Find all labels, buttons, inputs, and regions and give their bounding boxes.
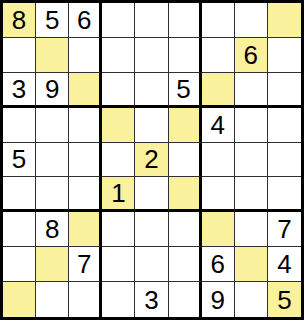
cell-r7c9[interactable]: 7 xyxy=(268,212,301,247)
cell-r4c4[interactable] xyxy=(102,108,135,143)
cell-r8c8[interactable] xyxy=(235,247,268,282)
cell-r7c1[interactable] xyxy=(3,212,36,247)
cell-r9c6[interactable] xyxy=(169,282,202,317)
cell-r1c6[interactable] xyxy=(169,3,202,38)
cell-r4c1[interactable] xyxy=(3,108,36,143)
cell-r2c2[interactable] xyxy=(36,38,69,73)
cell-r9c9[interactable]: 5 xyxy=(268,282,301,317)
cell-r1c4[interactable] xyxy=(102,3,135,38)
cell-r2c1[interactable] xyxy=(3,38,36,73)
cell-r3c1[interactable]: 3 xyxy=(3,73,36,108)
cell-r1c5[interactable] xyxy=(135,3,168,38)
cell-r1c7[interactable] xyxy=(202,3,235,38)
sudoku-board: 8566395452187764395 xyxy=(0,0,304,320)
cell-r5c5[interactable]: 2 xyxy=(135,143,168,178)
cell-r3c3[interactable] xyxy=(69,73,102,108)
cell-r8c9[interactable]: 4 xyxy=(268,247,301,282)
cell-r2c5[interactable] xyxy=(135,38,168,73)
cell-r2c7[interactable] xyxy=(202,38,235,73)
cell-r4c6[interactable] xyxy=(169,108,202,143)
cell-r3c6[interactable]: 5 xyxy=(169,73,202,108)
cell-r9c7[interactable]: 9 xyxy=(202,282,235,317)
cell-r4c3[interactable] xyxy=(69,108,102,143)
cell-r9c5[interactable]: 3 xyxy=(135,282,168,317)
cell-r6c3[interactable] xyxy=(69,177,102,212)
cell-r9c3[interactable] xyxy=(69,282,102,317)
cell-r3c9[interactable] xyxy=(268,73,301,108)
cell-r3c7[interactable] xyxy=(202,73,235,108)
cell-r1c8[interactable] xyxy=(235,3,268,38)
cell-r9c8[interactable] xyxy=(235,282,268,317)
cell-r8c2[interactable] xyxy=(36,247,69,282)
cell-r8c5[interactable] xyxy=(135,247,168,282)
cell-r8c6[interactable] xyxy=(169,247,202,282)
cell-r6c8[interactable] xyxy=(235,177,268,212)
cell-r7c2[interactable]: 8 xyxy=(36,212,69,247)
cell-r4c8[interactable] xyxy=(235,108,268,143)
cell-r5c6[interactable] xyxy=(169,143,202,178)
cell-r2c6[interactable] xyxy=(169,38,202,73)
cell-r3c2[interactable]: 9 xyxy=(36,73,69,108)
cell-r7c3[interactable] xyxy=(69,212,102,247)
cell-r1c9[interactable] xyxy=(268,3,301,38)
cell-r1c1[interactable]: 8 xyxy=(3,3,36,38)
cell-r2c4[interactable] xyxy=(102,38,135,73)
cell-r4c9[interactable] xyxy=(268,108,301,143)
cell-r6c6[interactable] xyxy=(169,177,202,212)
cell-r6c2[interactable] xyxy=(36,177,69,212)
cell-r6c1[interactable] xyxy=(3,177,36,212)
cell-r5c2[interactable] xyxy=(36,143,69,178)
cell-r8c4[interactable] xyxy=(102,247,135,282)
cell-r7c5[interactable] xyxy=(135,212,168,247)
cell-r5c1[interactable]: 5 xyxy=(3,143,36,178)
cell-r9c4[interactable] xyxy=(102,282,135,317)
cell-r6c9[interactable] xyxy=(268,177,301,212)
cell-r6c4[interactable]: 1 xyxy=(102,177,135,212)
cell-r7c6[interactable] xyxy=(169,212,202,247)
cell-r5c8[interactable] xyxy=(235,143,268,178)
cell-r6c7[interactable] xyxy=(202,177,235,212)
cell-r9c1[interactable] xyxy=(3,282,36,317)
cell-r6c5[interactable] xyxy=(135,177,168,212)
cell-r7c8[interactable] xyxy=(235,212,268,247)
cell-r7c7[interactable] xyxy=(202,212,235,247)
cell-r1c3[interactable]: 6 xyxy=(69,3,102,38)
cell-r2c9[interactable] xyxy=(268,38,301,73)
cell-r8c1[interactable] xyxy=(3,247,36,282)
cell-r9c2[interactable] xyxy=(36,282,69,317)
cell-r4c5[interactable] xyxy=(135,108,168,143)
cell-r3c8[interactable] xyxy=(235,73,268,108)
cell-r2c8[interactable]: 6 xyxy=(235,38,268,73)
cell-r5c3[interactable] xyxy=(69,143,102,178)
cell-r7c4[interactable] xyxy=(102,212,135,247)
cell-r1c2[interactable]: 5 xyxy=(36,3,69,38)
cell-r8c7[interactable]: 6 xyxy=(202,247,235,282)
cell-r5c4[interactable] xyxy=(102,143,135,178)
cell-r4c2[interactable] xyxy=(36,108,69,143)
cell-r3c4[interactable] xyxy=(102,73,135,108)
cell-r8c3[interactable]: 7 xyxy=(69,247,102,282)
cell-r2c3[interactable] xyxy=(69,38,102,73)
cell-r5c9[interactable] xyxy=(268,143,301,178)
cell-r4c7[interactable]: 4 xyxy=(202,108,235,143)
cell-r3c5[interactable] xyxy=(135,73,168,108)
cell-r5c7[interactable] xyxy=(202,143,235,178)
